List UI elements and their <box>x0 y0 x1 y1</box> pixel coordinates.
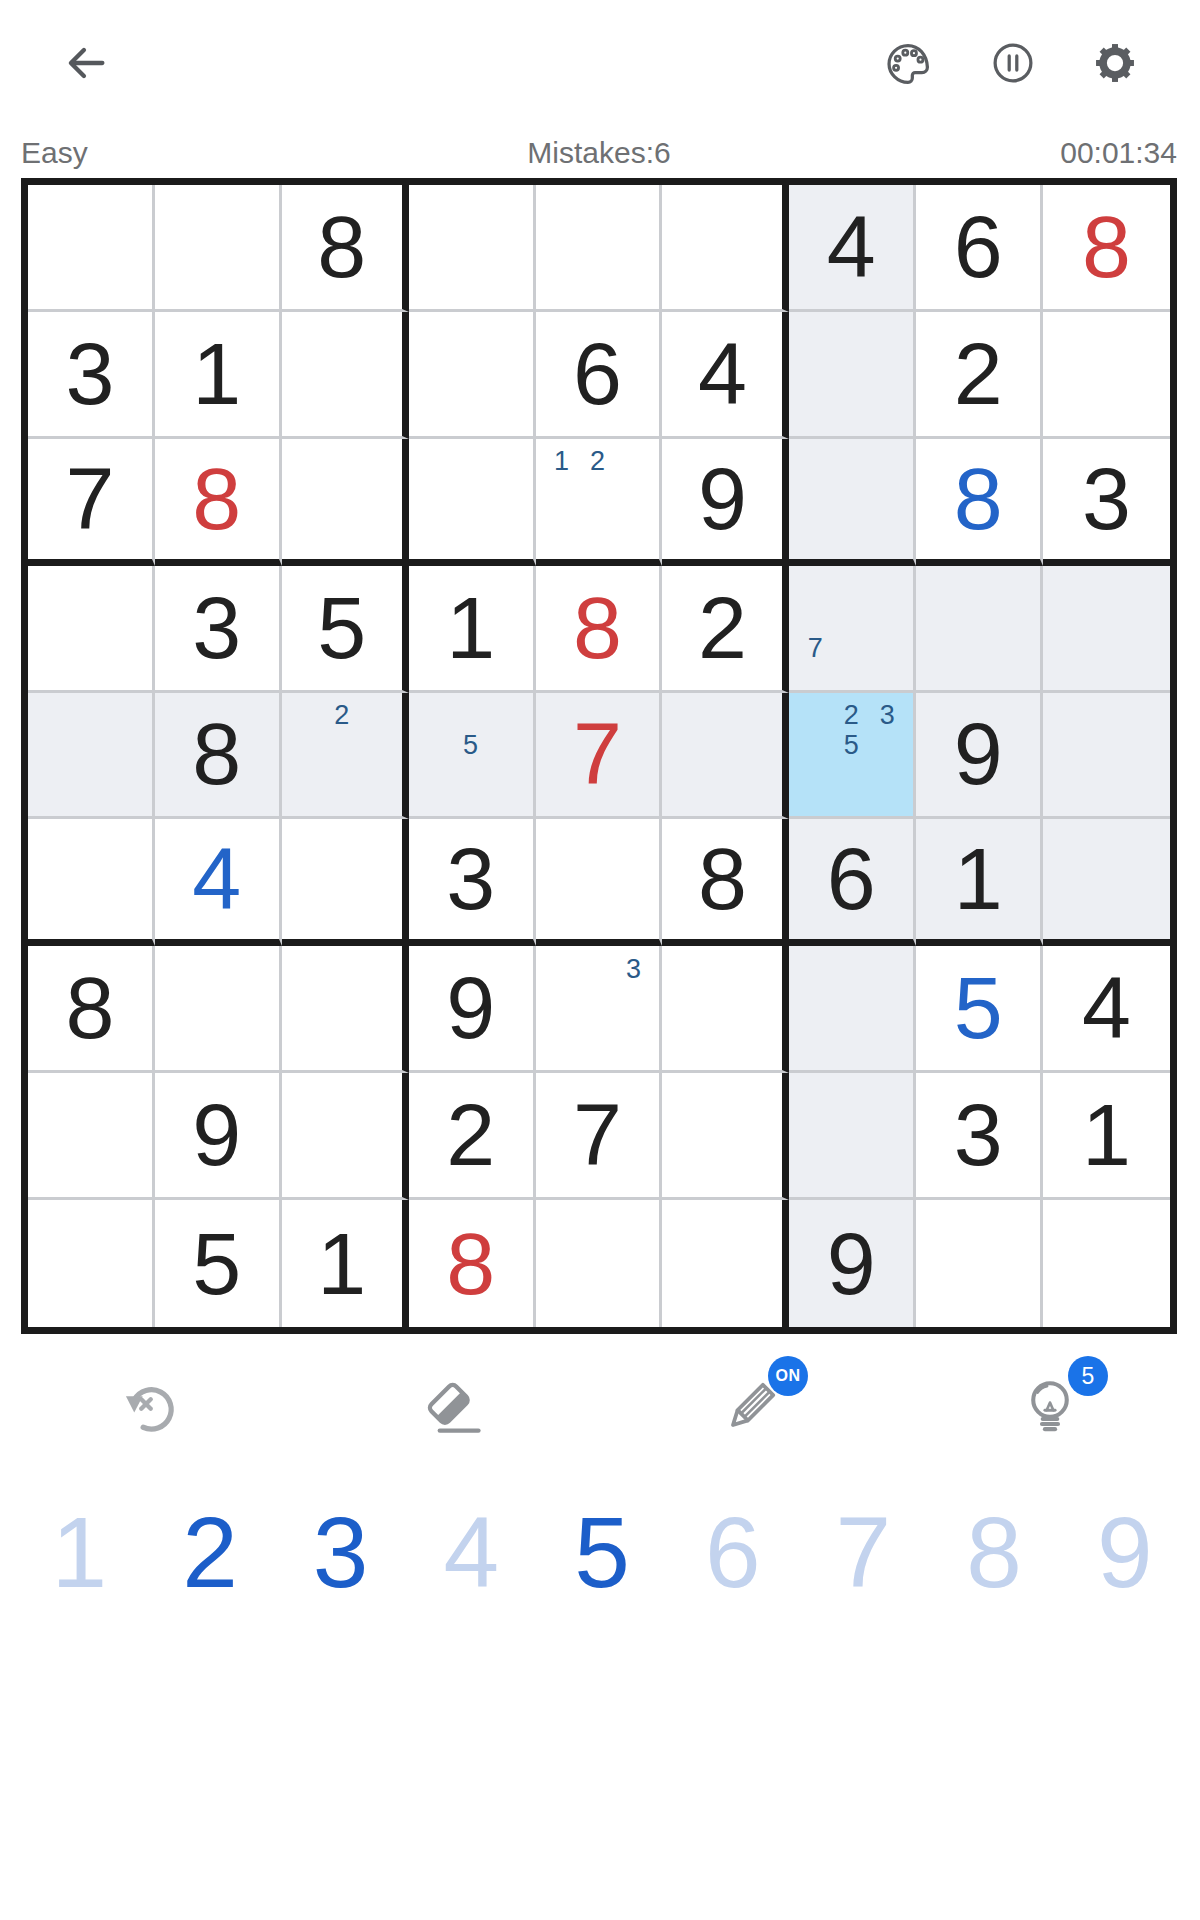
cell-r4c3[interactable]: 5 <box>282 566 409 693</box>
cell-r8c3[interactable] <box>282 1073 409 1200</box>
notes-button[interactable]: ON <box>690 1356 810 1460</box>
cell-value: 7 <box>573 1091 622 1179</box>
cell-r8c6[interactable] <box>662 1073 789 1200</box>
cell-r6c5[interactable] <box>536 819 663 946</box>
note-5 <box>580 984 616 1014</box>
cell-value: 1 <box>1082 1091 1131 1179</box>
note-9 <box>489 760 525 790</box>
sudoku-app-screen: Easy Mistakes:6 00:01:34 846831642781298… <box>0 0 1200 1920</box>
note-6 <box>615 984 651 1014</box>
note-2 <box>580 954 616 984</box>
note-4 <box>544 984 580 1014</box>
settings-button[interactable] <box>1089 37 1141 89</box>
cell-r9c4[interactable]: 8 <box>409 1200 536 1327</box>
cell-value: 3 <box>954 1091 1003 1179</box>
cell-value: 1 <box>192 330 241 418</box>
note-5: 5 <box>833 731 869 761</box>
cell-value: 8 <box>1082 203 1131 291</box>
cell-value: 2 <box>698 584 747 672</box>
note-8 <box>833 634 869 664</box>
note-5 <box>324 731 359 761</box>
back-button[interactable] <box>59 37 111 89</box>
cell-value: 2 <box>954 330 1003 418</box>
pencil-icon: ON <box>715 1373 785 1443</box>
cell-r2c9[interactable] <box>1043 312 1170 439</box>
undo-icon <box>115 1373 185 1443</box>
pause-button[interactable] <box>987 37 1039 89</box>
cell-r1c8[interactable]: 6 <box>916 185 1043 312</box>
cell-value: 7 <box>573 710 622 798</box>
note-6 <box>869 604 905 634</box>
numpad-key-3[interactable]: 3 <box>275 1492 406 1612</box>
note-8 <box>580 1014 616 1044</box>
cell-value: 8 <box>65 964 114 1052</box>
cell-value: 3 <box>446 835 495 923</box>
cell-r3c8[interactable]: 8 <box>916 439 1043 566</box>
note-4 <box>797 731 833 761</box>
cell-r1c2[interactable] <box>155 185 282 312</box>
cell-r4c7[interactable]: 7 <box>789 566 916 693</box>
note-7 <box>544 1014 580 1044</box>
note-7 <box>797 760 833 790</box>
cell-r5c5[interactable]: 7 <box>536 693 663 820</box>
pencil-notes: 2 <box>282 693 402 817</box>
difficulty-label: Easy <box>21 136 406 170</box>
cell-value: 9 <box>446 964 495 1052</box>
cell-r5c7[interactable]: 235 <box>789 693 916 820</box>
note-5: 5 <box>453 731 489 761</box>
cell-value: 4 <box>698 330 747 418</box>
note-9 <box>359 760 394 790</box>
cell-r2c4[interactable] <box>409 312 536 439</box>
cell-value: 8 <box>192 455 241 543</box>
cell-value: 9 <box>827 1220 876 1308</box>
cell-r3c6[interactable]: 9 <box>662 439 789 566</box>
cell-r3c7[interactable] <box>789 439 916 566</box>
cell-value: 4 <box>827 203 876 291</box>
cell-r9c8[interactable] <box>916 1200 1043 1327</box>
lightbulb-icon: 5 <box>1015 1373 1085 1443</box>
cell-r6c7[interactable]: 6 <box>789 819 916 946</box>
cell-r1c5[interactable] <box>536 185 663 312</box>
cell-value: 6 <box>573 330 622 418</box>
cell-r2c3[interactable] <box>282 312 409 439</box>
cell-value: 8 <box>698 835 747 923</box>
note-3 <box>615 447 651 476</box>
cell-r9c6[interactable] <box>662 1200 789 1327</box>
note-4 <box>417 731 453 761</box>
cell-r1c7[interactable]: 4 <box>789 185 916 312</box>
note-3: 3 <box>615 954 651 984</box>
cell-r7c6[interactable] <box>662 946 789 1073</box>
note-2 <box>833 574 869 604</box>
gear-icon <box>1089 37 1141 89</box>
notes-on-badge: ON <box>768 1356 808 1396</box>
note-1: 1 <box>544 447 580 476</box>
cell-value: 6 <box>954 203 1003 291</box>
cell-r8c1[interactable] <box>28 1073 155 1200</box>
note-8 <box>833 760 869 790</box>
cell-r2c8[interactable]: 2 <box>916 312 1043 439</box>
note-1 <box>797 701 833 731</box>
cell-r3c1[interactable]: 7 <box>28 439 155 566</box>
numpad-key-8[interactable]: 8 <box>929 1492 1060 1612</box>
undo-button[interactable] <box>90 1356 210 1460</box>
note-7: 7 <box>797 634 833 664</box>
hint-count-badge: 5 <box>1068 1356 1108 1396</box>
cell-r6c1[interactable] <box>28 819 155 946</box>
cell-value: 9 <box>192 1091 241 1179</box>
cell-r2c2[interactable]: 1 <box>155 312 282 439</box>
cell-r6c3[interactable] <box>282 819 409 946</box>
note-4 <box>797 604 833 634</box>
note-2: 2 <box>833 701 869 731</box>
cell-r8c7[interactable] <box>789 1073 916 1200</box>
cell-r4c9[interactable] <box>1043 566 1170 693</box>
cell-value: 2 <box>446 1091 495 1179</box>
cell-r7c5[interactable]: 3 <box>536 946 663 1073</box>
cell-r5c9[interactable] <box>1043 693 1170 820</box>
note-2 <box>453 701 489 731</box>
cell-value: 8 <box>446 1220 495 1308</box>
eraser-icon <box>415 1373 485 1443</box>
cell-value: 6 <box>827 835 876 923</box>
note-9 <box>615 504 651 533</box>
mistakes-counter: Mistakes:6 <box>406 136 791 170</box>
cell-value: 1 <box>954 835 1003 923</box>
cell-value: 5 <box>192 1220 241 1308</box>
cell-value: 7 <box>65 455 114 543</box>
cell-r7c9[interactable]: 4 <box>1043 946 1170 1073</box>
cell-r5c3[interactable]: 2 <box>282 693 409 820</box>
cell-r1c4[interactable] <box>409 185 536 312</box>
numpad-key-5[interactable]: 5 <box>537 1492 668 1612</box>
note-3 <box>869 574 905 604</box>
cell-r7c4[interactable]: 9 <box>409 946 536 1073</box>
cell-r8c5[interactable]: 7 <box>536 1073 663 1200</box>
pencil-notes: 12 <box>536 439 660 559</box>
note-1 <box>544 954 580 984</box>
cell-r7c2[interactable] <box>155 946 282 1073</box>
note-3 <box>489 701 525 731</box>
cell-r5c6[interactable] <box>662 693 789 820</box>
cell-value: 5 <box>317 584 366 672</box>
cell-value: 3 <box>1082 455 1131 543</box>
note-1 <box>797 574 833 604</box>
numpad-key-6[interactable]: 6 <box>667 1492 798 1612</box>
cell-r6c8[interactable]: 1 <box>916 819 1043 946</box>
cell-value: 5 <box>954 964 1003 1052</box>
cell-r1c3[interactable]: 8 <box>282 185 409 312</box>
pencil-notes: 3 <box>536 946 660 1070</box>
cell-r3c9[interactable]: 3 <box>1043 439 1170 566</box>
cell-value: 3 <box>65 330 114 418</box>
cell-r4c2[interactable]: 3 <box>155 566 282 693</box>
numpad: 123456789 <box>14 1492 1190 1612</box>
pencil-notes: 235 <box>789 693 913 817</box>
numpad-key-1[interactable]: 1 <box>14 1492 145 1612</box>
palette-icon <box>882 38 934 90</box>
cell-r7c8[interactable]: 5 <box>916 946 1043 1073</box>
note-9 <box>869 634 905 664</box>
pause-icon <box>987 37 1039 89</box>
cell-r9c3[interactable]: 1 <box>282 1200 409 1327</box>
cell-r5c8[interactable]: 9 <box>916 693 1043 820</box>
cell-r4c6[interactable]: 2 <box>662 566 789 693</box>
cell-r1c6[interactable] <box>662 185 789 312</box>
cell-r2c1[interactable]: 3 <box>28 312 155 439</box>
note-6 <box>869 731 905 761</box>
cell-r9c1[interactable] <box>28 1200 155 1327</box>
hint-button[interactable]: 5 <box>990 1356 1110 1460</box>
status-bar: Easy Mistakes:6 00:01:34 <box>21 136 1177 170</box>
note-9 <box>615 1014 651 1044</box>
note-2: 2 <box>580 447 616 476</box>
cell-r3c3[interactable] <box>282 439 409 566</box>
note-2: 2 <box>324 701 359 731</box>
note-3: 3 <box>869 701 905 731</box>
note-1 <box>290 701 325 731</box>
numpad-key-9[interactable]: 9 <box>1059 1492 1190 1612</box>
note-6 <box>359 731 394 761</box>
cell-r6c9[interactable] <box>1043 819 1170 946</box>
note-8 <box>324 760 359 790</box>
cell-r3c5[interactable]: 12 <box>536 439 663 566</box>
note-8 <box>453 760 489 790</box>
theme-button[interactable] <box>882 38 934 90</box>
note-7 <box>290 760 325 790</box>
note-7 <box>417 760 453 790</box>
cell-r8c9[interactable]: 1 <box>1043 1073 1170 1200</box>
note-9 <box>869 760 905 790</box>
pencil-notes: 5 <box>409 693 533 817</box>
cell-r1c1[interactable] <box>28 185 155 312</box>
cell-r7c7[interactable] <box>789 946 916 1073</box>
note-6 <box>615 475 651 504</box>
cell-r9c5[interactable] <box>536 1200 663 1327</box>
cell-r7c3[interactable] <box>282 946 409 1073</box>
note-7 <box>544 504 580 533</box>
cell-r9c7[interactable]: 9 <box>789 1200 916 1327</box>
note-1 <box>417 701 453 731</box>
cell-r2c7[interactable] <box>789 312 916 439</box>
cell-r5c1[interactable] <box>28 693 155 820</box>
numpad-key-7[interactable]: 7 <box>798 1492 929 1612</box>
cell-r2c5[interactable]: 6 <box>536 312 663 439</box>
cell-value: 1 <box>446 584 495 672</box>
cell-value: 4 <box>1082 964 1131 1052</box>
numpad-key-4[interactable]: 4 <box>406 1492 537 1612</box>
note-4 <box>290 731 325 761</box>
cell-r4c4[interactable]: 1 <box>409 566 536 693</box>
cell-value: 8 <box>317 203 366 291</box>
cell-r2c6[interactable]: 4 <box>662 312 789 439</box>
note-8 <box>580 504 616 533</box>
note-5 <box>580 475 616 504</box>
cell-value: 9 <box>954 710 1003 798</box>
cell-r1c9[interactable]: 8 <box>1043 185 1170 312</box>
cell-r8c2[interactable]: 9 <box>155 1073 282 1200</box>
erase-button[interactable] <box>390 1356 510 1460</box>
cell-value: 8 <box>192 710 241 798</box>
cell-r3c4[interactable] <box>409 439 536 566</box>
cell-r6c4[interactable]: 3 <box>409 819 536 946</box>
note-3 <box>359 701 394 731</box>
note-6 <box>489 731 525 761</box>
cell-value: 4 <box>192 835 241 923</box>
cell-r6c2[interactable]: 4 <box>155 819 282 946</box>
cell-value: 8 <box>954 455 1003 543</box>
cell-r6c6[interactable]: 8 <box>662 819 789 946</box>
cell-r5c4[interactable]: 5 <box>409 693 536 820</box>
pencil-notes: 7 <box>789 566 913 690</box>
timer: 00:01:34 <box>792 136 1177 170</box>
cell-value: 9 <box>698 455 747 543</box>
note-4 <box>544 475 580 504</box>
note-5 <box>833 604 869 634</box>
cell-r5c2[interactable]: 8 <box>155 693 282 820</box>
cell-r4c8[interactable] <box>916 566 1043 693</box>
cell-r4c1[interactable] <box>28 566 155 693</box>
cell-value: 3 <box>192 584 241 672</box>
sudoku-board: 8468316427812983351827825723594386189354… <box>21 178 1177 1334</box>
cell-value: 1 <box>317 1220 366 1308</box>
cell-r4c5[interactable]: 8 <box>536 566 663 693</box>
cell-r9c9[interactable] <box>1043 1200 1170 1327</box>
cell-r7c1[interactable]: 8 <box>28 946 155 1073</box>
cell-r8c8[interactable]: 3 <box>916 1073 1043 1200</box>
cell-r3c2[interactable]: 8 <box>155 439 282 566</box>
cell-value: 8 <box>573 584 622 672</box>
cell-r8c4[interactable]: 2 <box>409 1073 536 1200</box>
arrow-left-icon <box>59 37 111 89</box>
cell-r9c2[interactable]: 5 <box>155 1200 282 1327</box>
numpad-key-2[interactable]: 2 <box>145 1492 276 1612</box>
